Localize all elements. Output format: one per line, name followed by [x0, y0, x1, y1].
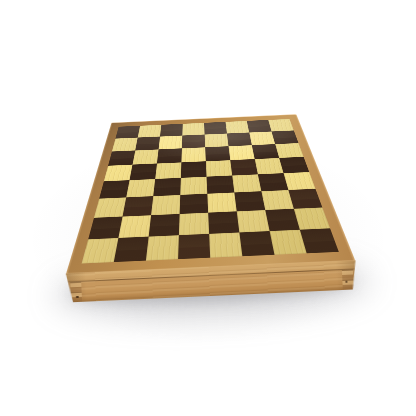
square-f4[interactable]: [232, 174, 261, 192]
square-c8[interactable]: [160, 124, 183, 137]
square-e4[interactable]: [207, 176, 235, 194]
square-b3[interactable]: [123, 196, 154, 216]
square-d1[interactable]: [178, 234, 210, 259]
square-d2[interactable]: [179, 213, 209, 236]
square-f6[interactable]: [229, 145, 255, 160]
nail-pin-left: [76, 295, 79, 298]
wooden-game-box: [58, 109, 358, 308]
square-c6[interactable]: [157, 148, 182, 163]
square-h5[interactable]: [279, 157, 309, 173]
square-d4[interactable]: [180, 177, 207, 195]
square-h4[interactable]: [284, 172, 316, 190]
finger-joints-left: [70, 282, 82, 302]
checkerboard: [82, 119, 339, 264]
square-c2[interactable]: [149, 214, 180, 237]
square-a7[interactable]: [112, 138, 138, 152]
square-a2[interactable]: [88, 217, 122, 240]
square-h7[interactable]: [272, 130, 299, 144]
nail-pin-right: [345, 280, 348, 283]
square-f2[interactable]: [237, 210, 270, 232]
square-e5[interactable]: [206, 160, 232, 177]
square-e3[interactable]: [207, 192, 236, 212]
square-e2[interactable]: [208, 211, 239, 233]
square-c7[interactable]: [159, 136, 183, 150]
finger-joints-right: [342, 269, 354, 289]
square-a4[interactable]: [99, 180, 129, 198]
square-b7[interactable]: [135, 137, 160, 151]
square-a3[interactable]: [94, 197, 126, 217]
square-b1[interactable]: [114, 237, 149, 262]
square-d6[interactable]: [181, 147, 205, 162]
square-e7[interactable]: [205, 134, 229, 148]
square-d3[interactable]: [180, 194, 209, 214]
square-b4[interactable]: [126, 179, 155, 197]
square-h2[interactable]: [294, 207, 330, 229]
square-c1[interactable]: [146, 235, 179, 260]
square-g7[interactable]: [249, 131, 275, 145]
square-e1[interactable]: [209, 232, 242, 257]
square-f8[interactable]: [225, 121, 249, 134]
photo-scene: [0, 0, 416, 416]
square-c4[interactable]: [153, 178, 181, 196]
square-c3[interactable]: [151, 195, 180, 215]
square-g1[interactable]: [270, 230, 307, 255]
square-a1[interactable]: [82, 238, 119, 264]
square-h3[interactable]: [288, 189, 322, 209]
square-d8[interactable]: [182, 123, 204, 136]
board-grid: [82, 119, 339, 264]
square-h6[interactable]: [275, 143, 303, 158]
square-f7[interactable]: [227, 132, 252, 146]
square-h8[interactable]: [268, 119, 294, 132]
square-e8[interactable]: [204, 122, 227, 135]
square-d5[interactable]: [181, 161, 207, 178]
square-b5[interactable]: [130, 163, 157, 180]
square-f5[interactable]: [230, 159, 258, 175]
square-f1[interactable]: [239, 231, 274, 256]
square-a5[interactable]: [104, 165, 133, 182]
board-frame: [66, 114, 356, 274]
square-a6[interactable]: [108, 150, 135, 165]
square-b6[interactable]: [133, 149, 159, 164]
square-d7[interactable]: [182, 135, 205, 149]
square-b2[interactable]: [118, 215, 151, 238]
square-f3[interactable]: [234, 191, 265, 211]
square-e6[interactable]: [205, 146, 230, 161]
square-c5[interactable]: [155, 162, 181, 179]
